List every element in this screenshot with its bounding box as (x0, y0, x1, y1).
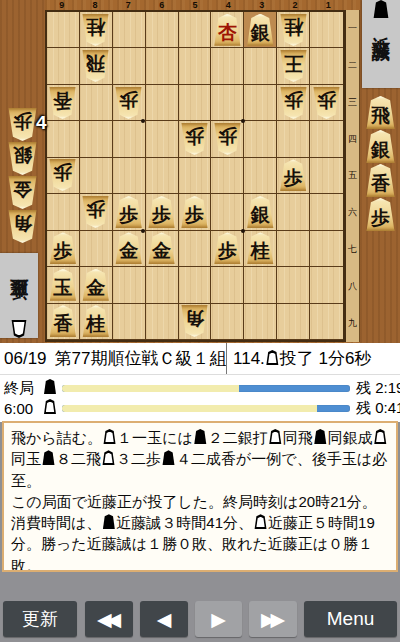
sente-hand-香[interactable]: 香 (365, 164, 396, 197)
square-85[interactable] (80, 158, 113, 194)
square-73[interactable]: 歩 (113, 85, 146, 121)
square-92[interactable] (47, 48, 80, 84)
piece-銀: 銀 (365, 130, 396, 163)
square-12[interactable] (310, 48, 343, 84)
info-bar: 06/19第77期順位戦Ｃ級１組 114.投了 1分6秒 (0, 343, 400, 374)
star-point (141, 229, 145, 233)
piece-歩: 歩 (180, 196, 209, 228)
piece-金: 金 (147, 232, 176, 264)
gote-hand-銀[interactable]: 銀 (7, 142, 38, 175)
square-91[interactable] (47, 12, 80, 48)
rank-label-4: 四 (346, 121, 359, 158)
piece-杏: 杏 (213, 14, 242, 46)
piece-金: 金 (7, 176, 38, 209)
square-78[interactable] (113, 267, 146, 303)
square-27[interactable] (277, 231, 310, 267)
square-34[interactable] (244, 121, 277, 157)
square-32[interactable] (244, 48, 277, 84)
forward-icon: ▶ (211, 610, 226, 629)
file-label-3: 3 (245, 0, 278, 10)
sente-player-plate: 近藤誠 (362, 0, 400, 88)
shogi-board[interactable]: 桂杏銀桂飛王香歩歩歩歩歩歩歩歩歩歩歩銀歩金金歩桂玉金香桂角 (45, 10, 345, 342)
sente-hand-銀[interactable]: 銀 (365, 130, 396, 163)
square-97[interactable]: 歩 (47, 231, 80, 267)
square-81[interactable]: 桂 (80, 12, 113, 48)
file-label-1: 1 (312, 0, 345, 10)
square-86[interactable]: 歩 (80, 194, 113, 230)
commentary-paragraph: この局面で近藤正が投了した。終局時刻は20時21分。消費時間は、近藤誠３時間41… (11, 491, 389, 572)
square-74[interactable] (113, 121, 146, 157)
square-36[interactable]: 銀 (244, 194, 277, 230)
sente-mark-icon (102, 514, 115, 529)
file-label-5: 5 (178, 0, 211, 10)
file-label-8: 8 (78, 0, 111, 10)
square-95[interactable]: 歩 (47, 158, 80, 194)
square-52[interactable] (179, 48, 212, 84)
square-21[interactable]: 桂 (277, 12, 310, 48)
piece-角: 角 (7, 210, 38, 243)
back-icon: ◀ (157, 610, 172, 629)
gote-timer-piece-icon (40, 399, 60, 417)
update-button[interactable]: 更新 (3, 601, 77, 637)
square-88[interactable]: 金 (80, 267, 113, 303)
square-31[interactable]: 銀 (244, 12, 277, 48)
rank-label-3: 三 (346, 84, 359, 121)
sente-time-bar (62, 385, 350, 392)
piece-歩: 歩 (213, 232, 242, 264)
gote-time-remaining: 残 0:41 (350, 399, 400, 418)
event-name: 第77期順位戦Ｃ級１組 (55, 349, 227, 368)
square-42[interactable] (211, 48, 244, 84)
square-22[interactable]: 王 (277, 48, 310, 84)
square-79[interactable] (113, 304, 146, 340)
board-area: 歩銀金角 飛銀香歩 987654321 桂杏銀桂飛王香歩歩歩歩歩歩歩歩歩歩歩銀歩… (0, 0, 400, 343)
commentary-box[interactable]: 飛から詰む。１一玉には２二銀打同飛同銀成同玉８二飛３二歩４二成香が一例で、後手玉… (2, 421, 398, 572)
square-51[interactable] (179, 12, 212, 48)
square-94[interactable] (47, 121, 80, 157)
square-62[interactable] (146, 48, 179, 84)
square-33[interactable] (244, 85, 277, 121)
square-82[interactable]: 飛 (80, 48, 113, 84)
next-move-button[interactable]: ▶ (195, 601, 242, 637)
sente-timer-row: 終局 残 2:19 (0, 378, 400, 398)
square-48[interactable] (211, 267, 244, 303)
sente-player-name: 近藤誠 (372, 22, 390, 31)
rank-label-8: 八 (346, 268, 359, 305)
square-71[interactable] (113, 12, 146, 48)
square-19[interactable] (310, 304, 343, 340)
rank-label-1: 一 (346, 10, 359, 47)
square-41[interactable]: 杏 (211, 12, 244, 48)
info-divider (226, 343, 227, 374)
piece-歩: 歩 (147, 196, 176, 228)
piece-歩: 歩 (279, 159, 308, 191)
square-49[interactable] (211, 304, 244, 340)
piece-歩: 歩 (81, 196, 110, 228)
square-65[interactable] (146, 158, 179, 194)
sente-timer-label: 終局 (0, 379, 40, 398)
rank-label-6: 六 (346, 194, 359, 231)
move-info: 114.投了 1分6秒 (233, 347, 371, 370)
gote-mark-icon (269, 429, 282, 444)
square-47[interactable]: 歩 (211, 231, 244, 267)
piece-歩: 歩 (48, 232, 77, 264)
piece-歩: 歩 (48, 159, 77, 191)
gote-time-bar (62, 405, 350, 412)
gote-mark-icon (266, 350, 279, 365)
piece-金: 金 (114, 232, 143, 264)
square-96[interactable] (47, 194, 80, 230)
piece-玉: 玉 (48, 269, 77, 301)
sente-hand-歩[interactable]: 歩 (365, 198, 396, 231)
square-18[interactable] (310, 267, 343, 303)
piece-桂: 桂 (81, 14, 110, 46)
gote-timer-label: 6:00 (0, 400, 40, 417)
piece-銀: 銀 (246, 196, 275, 228)
rank-label-2: 二 (346, 47, 359, 84)
previous-move-button[interactable]: ◀ (140, 601, 188, 637)
gote-hand-歩[interactable]: 歩 (7, 108, 38, 141)
square-59[interactable]: 角 (179, 304, 212, 340)
piece-銀: 銀 (7, 142, 38, 175)
piece-歩: 歩 (114, 196, 143, 228)
piece-歩: 歩 (312, 87, 341, 119)
piece-桂: 桂 (279, 14, 308, 46)
gote-hand-金[interactable]: 金 (7, 176, 38, 209)
menu-button[interactable]: Menu (304, 601, 397, 637)
toolbar: 更新 ◀◀ ◀ ▶ ▶▶ Menu (0, 572, 400, 642)
sente-mark-icon (162, 450, 175, 465)
gote-hand-角[interactable]: 角 (7, 210, 38, 243)
rank-label-5: 五 (346, 158, 359, 195)
square-98[interactable]: 玉 (47, 267, 80, 303)
gote-mark-icon (103, 429, 116, 444)
piece-歩: 歩 (213, 123, 242, 155)
square-89[interactable]: 桂 (80, 304, 113, 340)
square-25[interactable]: 歩 (277, 158, 310, 194)
piece-飛: 飛 (81, 50, 110, 82)
square-38[interactable] (244, 267, 277, 303)
square-93[interactable]: 香 (47, 85, 80, 121)
gote-mark-icon (102, 450, 115, 465)
sente-mark-icon (194, 429, 207, 444)
square-44[interactable]: 歩 (211, 121, 244, 157)
timer-panel: 終局 残 2:19 6:00 残 0:41 (0, 374, 400, 422)
square-26[interactable] (277, 194, 310, 230)
piece-歩: 歩 (279, 87, 308, 119)
commentary-paragraph: 飛から詰む。１一玉には２二銀打同飛同銀成同玉８二飛３二歩４二成香が一例で、後手玉… (11, 427, 389, 491)
event-info: 06/19第77期順位戦Ｃ級１組 (0, 347, 226, 370)
piece-桂: 桂 (246, 232, 275, 264)
piece-歩: 歩 (114, 87, 143, 119)
square-55[interactable] (179, 158, 212, 194)
piece-金: 金 (81, 269, 110, 301)
game-date: 06/19 (4, 349, 47, 368)
square-11[interactable] (310, 12, 343, 48)
square-63[interactable] (146, 85, 179, 121)
shogi-app: 歩銀金角 飛銀香歩 987654321 桂杏銀桂飛王香歩歩歩歩歩歩歩歩歩歩歩銀歩… (0, 0, 400, 642)
square-54[interactable]: 歩 (179, 121, 212, 157)
square-16[interactable] (310, 194, 343, 230)
file-label-7: 7 (112, 0, 145, 10)
square-29[interactable] (277, 304, 310, 340)
square-13[interactable]: 歩 (310, 85, 343, 121)
rewind-to-start-button[interactable]: ◀◀ (85, 601, 133, 637)
square-15[interactable] (310, 158, 343, 194)
square-58[interactable] (179, 267, 212, 303)
square-77[interactable]: 金 (113, 231, 146, 267)
square-61[interactable] (146, 12, 179, 48)
square-23[interactable]: 歩 (277, 85, 310, 121)
square-64[interactable] (146, 121, 179, 157)
square-84[interactable] (80, 121, 113, 157)
gote-piece-icon (11, 320, 27, 338)
gote-player-name: 近藤正 (10, 307, 28, 316)
square-45[interactable] (211, 158, 244, 194)
square-57[interactable] (179, 231, 212, 267)
square-28[interactable] (277, 267, 310, 303)
piece-香: 香 (48, 305, 77, 337)
file-labels: 987654321 (45, 0, 345, 10)
piece-歩: 歩 (365, 198, 396, 231)
square-17[interactable] (310, 231, 343, 267)
sente-timer-piece-icon (40, 379, 60, 397)
piece-銀: 銀 (246, 14, 275, 46)
square-39[interactable] (244, 304, 277, 340)
piece-歩: 歩 (7, 108, 38, 141)
square-46[interactable] (211, 194, 244, 230)
square-67[interactable]: 金 (146, 231, 179, 267)
sente-piece-icon (373, 0, 389, 18)
square-53[interactable] (179, 85, 212, 121)
piece-歩: 歩 (180, 123, 209, 155)
gote-pawn-count-badge: 4 (36, 112, 47, 134)
rank-label-7: 七 (346, 231, 359, 268)
file-label-6: 6 (145, 0, 178, 10)
square-66[interactable]: 歩 (146, 194, 179, 230)
gote-hand-pieces: 歩銀金角 (6, 108, 39, 244)
square-76[interactable]: 歩 (113, 194, 146, 230)
gote-mark-icon (374, 429, 387, 444)
fast-forward-button[interactable]: ▶▶ (249, 601, 297, 637)
square-24[interactable] (277, 121, 310, 157)
square-83[interactable] (80, 85, 113, 121)
sente-mark-icon (314, 429, 327, 444)
fast-forward-icon: ▶▶ (261, 610, 280, 629)
square-56[interactable]: 歩 (179, 194, 212, 230)
square-43[interactable] (211, 85, 244, 121)
piece-角: 角 (180, 305, 209, 337)
rank-label-9: 九 (346, 305, 359, 342)
square-99[interactable]: 香 (47, 304, 80, 340)
sente-time-remaining: 残 2:19 (350, 379, 400, 398)
square-72[interactable] (113, 48, 146, 84)
sente-hand-pieces: 飛銀香歩 (364, 96, 397, 232)
square-87[interactable] (80, 231, 113, 267)
rank-labels: 一二三四五六七八九 (345, 10, 360, 342)
square-68[interactable] (146, 267, 179, 303)
gote-mark-icon (254, 514, 267, 529)
sente-mark-icon (42, 450, 55, 465)
star-point (141, 119, 145, 123)
star-point (241, 119, 245, 123)
square-14[interactable] (310, 121, 343, 157)
file-label-2: 2 (278, 0, 311, 10)
square-37[interactable]: 桂 (244, 231, 277, 267)
square-69[interactable] (146, 304, 179, 340)
square-75[interactable] (113, 158, 146, 194)
sente-hand-飛[interactable]: 飛 (365, 96, 396, 129)
gote-timer-row: 6:00 残 0:41 (0, 398, 400, 418)
piece-飛: 飛 (365, 96, 396, 129)
rewind-icon: ◀◀ (97, 610, 116, 629)
file-label-9: 9 (45, 0, 78, 10)
gote-player-plate: 近藤正 (0, 253, 38, 338)
file-label-4: 4 (212, 0, 245, 10)
square-35[interactable] (244, 158, 277, 194)
piece-王: 王 (279, 50, 308, 82)
piece-香: 香 (48, 87, 77, 119)
star-point (241, 229, 245, 233)
piece-香: 香 (365, 164, 396, 197)
piece-桂: 桂 (81, 305, 110, 337)
